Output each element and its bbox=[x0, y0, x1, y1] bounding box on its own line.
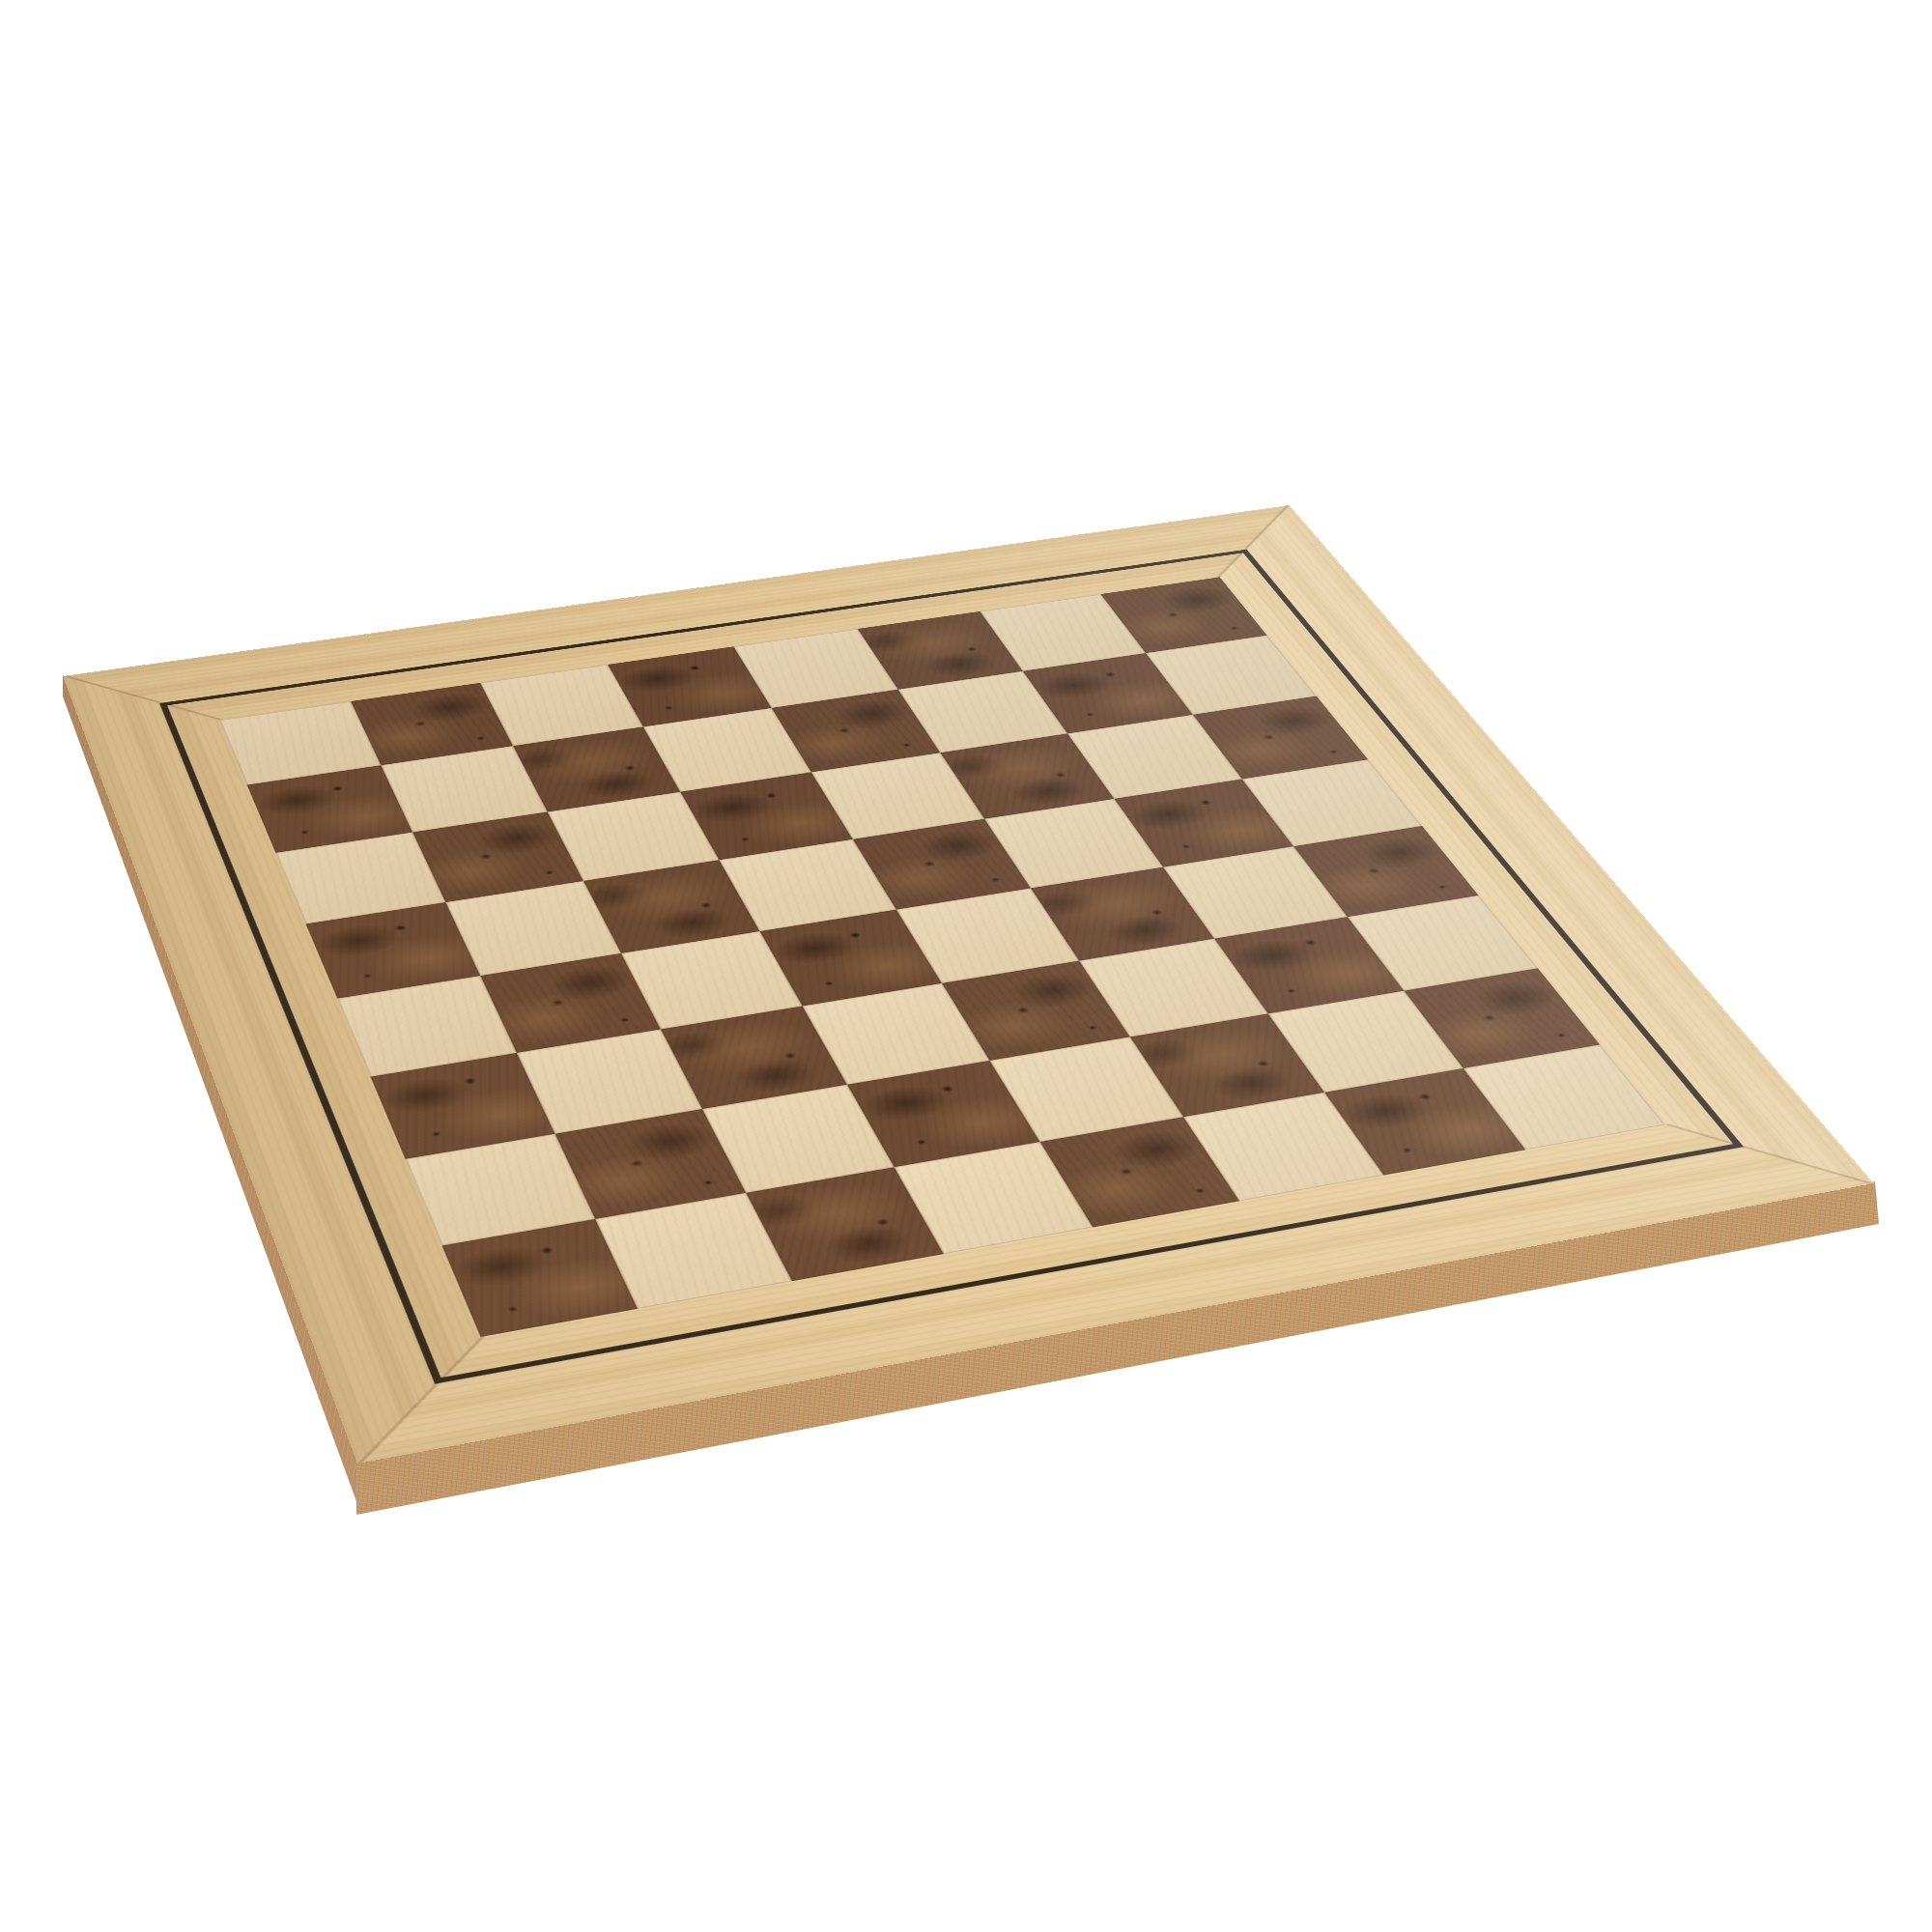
product-photo bbox=[0, 0, 1932, 1932]
chess-board bbox=[63, 505, 1874, 1463]
